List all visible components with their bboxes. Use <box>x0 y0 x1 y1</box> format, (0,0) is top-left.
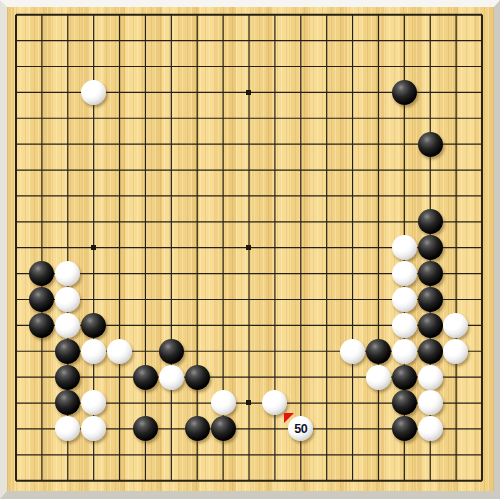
white-stone <box>107 339 132 364</box>
black-stone <box>133 365 158 390</box>
white-stone <box>392 313 417 338</box>
white-stone <box>418 365 443 390</box>
black-stone <box>392 80 417 105</box>
black-stone <box>55 390 80 415</box>
black-stone <box>211 416 236 441</box>
black-stone <box>55 365 80 390</box>
black-stone <box>418 339 443 364</box>
black-stone <box>392 390 417 415</box>
go-board-window: 50 <box>0 0 500 499</box>
white-stone <box>81 390 106 415</box>
black-stone <box>29 261 54 286</box>
stone-grid: 50 <box>7 7 494 491</box>
black-stone <box>392 365 417 390</box>
white-stone <box>81 80 106 105</box>
white-stone <box>418 390 443 415</box>
white-stone <box>81 339 106 364</box>
white-stone <box>159 365 184 390</box>
black-stone <box>418 235 443 260</box>
star-point <box>246 245 251 250</box>
white-stone <box>55 416 80 441</box>
black-stone <box>366 339 391 364</box>
black-stone <box>418 287 443 312</box>
last-move-stone: 50 <box>288 416 313 441</box>
white-stone <box>418 416 443 441</box>
go-board[interactable]: 50 <box>7 7 494 491</box>
last-move-triangle-icon <box>284 413 294 423</box>
white-stone <box>55 287 80 312</box>
black-stone <box>185 416 210 441</box>
black-stone <box>133 416 158 441</box>
white-stone <box>55 261 80 286</box>
black-stone <box>418 209 443 234</box>
black-stone <box>29 287 54 312</box>
black-stone <box>159 339 184 364</box>
white-stone <box>262 390 287 415</box>
white-stone <box>392 287 417 312</box>
white-stone <box>443 313 468 338</box>
star-point <box>246 400 251 405</box>
black-stone <box>29 313 54 338</box>
white-stone <box>55 313 80 338</box>
white-stone <box>211 390 236 415</box>
white-stone <box>81 416 106 441</box>
black-stone <box>418 313 443 338</box>
black-stone <box>55 339 80 364</box>
black-stone <box>418 261 443 286</box>
white-stone <box>392 261 417 286</box>
white-stone <box>340 339 365 364</box>
black-stone <box>185 365 210 390</box>
white-stone <box>443 339 468 364</box>
black-stone <box>392 416 417 441</box>
white-stone <box>392 339 417 364</box>
white-stone <box>392 235 417 260</box>
star-point <box>91 245 96 250</box>
black-stone <box>81 313 106 338</box>
star-point <box>246 90 251 95</box>
white-stone <box>366 365 391 390</box>
black-stone <box>418 132 443 157</box>
